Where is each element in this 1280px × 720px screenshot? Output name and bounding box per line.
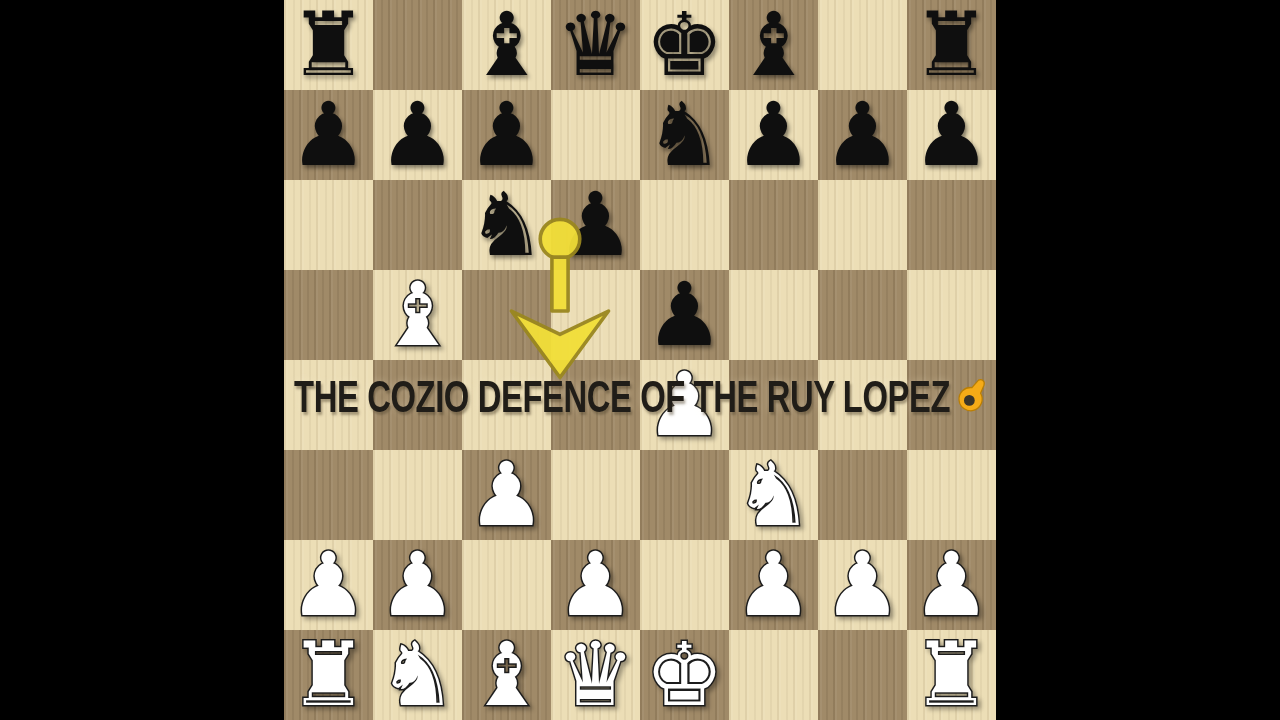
black-pawn-d6[interactable]: ♟: [551, 180, 640, 270]
square-e3[interactable]: [640, 450, 729, 540]
square-h8[interactable]: ♜: [907, 0, 996, 90]
square-f5[interactable]: [729, 270, 818, 360]
square-e1[interactable]: ♚: [640, 630, 729, 720]
square-e2[interactable]: [640, 540, 729, 630]
square-d6[interactable]: ♟: [551, 180, 640, 270]
white-queen-d1[interactable]: ♛: [551, 630, 640, 720]
square-g4[interactable]: [818, 360, 907, 450]
square-a3[interactable]: [284, 450, 373, 540]
square-b1[interactable]: ♞: [373, 630, 462, 720]
square-d8[interactable]: ♛: [551, 0, 640, 90]
square-a4[interactable]: [284, 360, 373, 450]
square-e5[interactable]: ♟: [640, 270, 729, 360]
square-b4[interactable]: [373, 360, 462, 450]
square-d7[interactable]: [551, 90, 640, 180]
white-knight-f3[interactable]: ♞: [729, 450, 818, 540]
black-bishop-c8[interactable]: ♝: [462, 0, 551, 90]
square-g3[interactable]: [818, 450, 907, 540]
black-rook-a8[interactable]: ♜: [284, 0, 373, 90]
square-e8[interactable]: ♚: [640, 0, 729, 90]
black-pawn-c7[interactable]: ♟: [462, 90, 551, 180]
square-b6[interactable]: [373, 180, 462, 270]
chess-board: ♜♝♛♚♝♜♟♟♟♞♟♟♟♞♟♝♟♟♟♞♟♟♟♟♟♟♜♞♝♛♚♜: [284, 0, 996, 720]
white-bishop-b5[interactable]: ♝: [373, 270, 462, 360]
black-pawn-h7[interactable]: ♟: [907, 90, 996, 180]
square-h7[interactable]: ♟: [907, 90, 996, 180]
square-c8[interactable]: ♝: [462, 0, 551, 90]
black-pawn-a7[interactable]: ♟: [284, 90, 373, 180]
square-d5[interactable]: [551, 270, 640, 360]
square-a1[interactable]: ♜: [284, 630, 373, 720]
video-frame: ♜♝♛♚♝♜♟♟♟♞♟♟♟♞♟♝♟♟♟♞♟♟♟♟♟♟♜♞♝♛♚♜ THE COZ…: [0, 0, 1280, 720]
square-d4[interactable]: [551, 360, 640, 450]
white-king-e1[interactable]: ♚: [640, 630, 729, 720]
square-d1[interactable]: ♛: [551, 630, 640, 720]
square-e7[interactable]: ♞: [640, 90, 729, 180]
white-pawn-e4[interactable]: ♟: [640, 360, 729, 450]
white-pawn-f2[interactable]: ♟: [729, 540, 818, 630]
white-rook-a1[interactable]: ♜: [284, 630, 373, 720]
black-bishop-f8[interactable]: ♝: [729, 0, 818, 90]
square-f6[interactable]: [729, 180, 818, 270]
black-pawn-e5[interactable]: ♟: [640, 270, 729, 360]
black-pawn-b7[interactable]: ♟: [373, 90, 462, 180]
black-queen-d8[interactable]: ♛: [551, 0, 640, 90]
square-g1[interactable]: [818, 630, 907, 720]
black-pawn-f7[interactable]: ♟: [729, 90, 818, 180]
square-b8[interactable]: [373, 0, 462, 90]
square-g6[interactable]: [818, 180, 907, 270]
square-d2[interactable]: ♟: [551, 540, 640, 630]
square-h3[interactable]: [907, 450, 996, 540]
black-knight-c6[interactable]: ♞: [462, 180, 551, 270]
square-b3[interactable]: [373, 450, 462, 540]
square-e6[interactable]: [640, 180, 729, 270]
square-b7[interactable]: ♟: [373, 90, 462, 180]
white-knight-b1[interactable]: ♞: [373, 630, 462, 720]
square-c7[interactable]: ♟: [462, 90, 551, 180]
white-pawn-b2[interactable]: ♟: [373, 540, 462, 630]
square-a5[interactable]: [284, 270, 373, 360]
square-h4[interactable]: [907, 360, 996, 450]
square-h5[interactable]: [907, 270, 996, 360]
black-pawn-g7[interactable]: ♟: [818, 90, 907, 180]
square-a7[interactable]: ♟: [284, 90, 373, 180]
square-b5[interactable]: ♝: [373, 270, 462, 360]
white-pawn-g2[interactable]: ♟: [818, 540, 907, 630]
white-rook-h1[interactable]: ♜: [907, 630, 996, 720]
square-d3[interactable]: [551, 450, 640, 540]
square-f8[interactable]: ♝: [729, 0, 818, 90]
square-a2[interactable]: ♟: [284, 540, 373, 630]
black-knight-e7[interactable]: ♞: [640, 90, 729, 180]
square-c6[interactable]: ♞: [462, 180, 551, 270]
square-c1[interactable]: ♝: [462, 630, 551, 720]
square-f4[interactable]: [729, 360, 818, 450]
square-f1[interactable]: [729, 630, 818, 720]
square-g5[interactable]: [818, 270, 907, 360]
white-bishop-c1[interactable]: ♝: [462, 630, 551, 720]
square-c4[interactable]: [462, 360, 551, 450]
square-h1[interactable]: ♜: [907, 630, 996, 720]
letterbox-right: [996, 0, 1280, 720]
square-h6[interactable]: [907, 180, 996, 270]
white-pawn-d2[interactable]: ♟: [551, 540, 640, 630]
white-pawn-h2[interactable]: ♟: [907, 540, 996, 630]
square-a6[interactable]: [284, 180, 373, 270]
black-king-e8[interactable]: ♚: [640, 0, 729, 90]
square-c3[interactable]: ♟: [462, 450, 551, 540]
square-b2[interactable]: ♟: [373, 540, 462, 630]
square-a8[interactable]: ♜: [284, 0, 373, 90]
square-g2[interactable]: ♟: [818, 540, 907, 630]
square-c5[interactable]: [462, 270, 551, 360]
square-f3[interactable]: ♞: [729, 450, 818, 540]
letterbox-left: [0, 0, 284, 720]
square-g8[interactable]: [818, 0, 907, 90]
black-rook-h8[interactable]: ♜: [907, 0, 996, 90]
square-f7[interactable]: ♟: [729, 90, 818, 180]
white-pawn-a2[interactable]: ♟: [284, 540, 373, 630]
white-pawn-c3[interactable]: ♟: [462, 450, 551, 540]
square-e4[interactable]: ♟: [640, 360, 729, 450]
square-h2[interactable]: ♟: [907, 540, 996, 630]
square-f2[interactable]: ♟: [729, 540, 818, 630]
square-c2[interactable]: [462, 540, 551, 630]
square-g7[interactable]: ♟: [818, 90, 907, 180]
